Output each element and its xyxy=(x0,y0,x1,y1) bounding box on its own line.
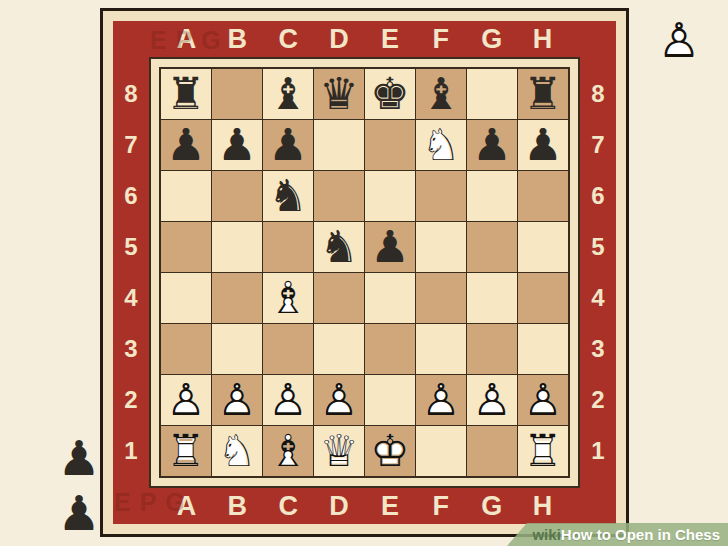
white-bishop-outline: ♗ xyxy=(263,273,313,323)
square-d2[interactable]: ♟♙ xyxy=(314,375,364,425)
white-pawn[interactable]: ♟♙ xyxy=(416,375,466,425)
square-h1[interactable]: ♜♖ xyxy=(518,426,568,476)
square-f7[interactable]: ♞♘ xyxy=(416,120,466,170)
file-label-e: E xyxy=(365,21,416,57)
rank-label-7: 7 xyxy=(580,120,616,171)
file-label-a: A xyxy=(161,488,212,524)
square-b4[interactable] xyxy=(212,273,262,323)
white-rook[interactable]: ♜♖ xyxy=(161,426,211,476)
square-c8[interactable]: ♝ xyxy=(263,69,313,119)
square-b8[interactable] xyxy=(212,69,262,119)
file-label-d: D xyxy=(314,488,365,524)
rank-label-8: 8 xyxy=(580,69,616,120)
square-c7[interactable]: ♟ xyxy=(263,120,313,170)
black-bishop[interactable]: ♝ xyxy=(263,69,313,119)
square-g7[interactable]: ♟ xyxy=(467,120,517,170)
board-red-border: ABCDEFGH ABCDEFGH 87654321 87654321 ♜♝♛♚… xyxy=(113,21,616,524)
rank-labels-right: 87654321 xyxy=(580,57,616,488)
black-rook[interactable]: ♜ xyxy=(518,69,568,119)
black-pawn-glyph: ♟ xyxy=(52,487,106,539)
square-e1[interactable]: ♚♔ xyxy=(365,426,415,476)
white-bishop[interactable]: ♝♗ xyxy=(263,273,313,323)
black-pawn[interactable]: ♟ xyxy=(52,487,106,539)
captured-black-pawn: ♟ xyxy=(52,487,106,539)
captured-black-pieces-tray: ♟♟ xyxy=(52,432,106,539)
page: ABCDEFGH ABCDEFGH 87654321 87654321 ♜♝♛♚… xyxy=(0,0,728,546)
rank-label-2: 2 xyxy=(580,374,616,425)
file-label-a: A xyxy=(161,21,212,57)
black-rook-glyph: ♜ xyxy=(161,69,211,119)
square-g8[interactable] xyxy=(467,69,517,119)
rank-label-3: 3 xyxy=(113,323,149,374)
black-pawn[interactable]: ♟ xyxy=(467,120,517,170)
white-knight-outline: ♘ xyxy=(212,426,262,476)
file-labels-bottom: ABCDEFGH xyxy=(149,488,580,524)
square-b5[interactable] xyxy=(212,222,262,272)
rank-label-6: 6 xyxy=(580,171,616,222)
black-pawn-glyph: ♟ xyxy=(518,120,568,170)
black-pawn-glyph: ♟ xyxy=(212,120,262,170)
rank-label-2: 2 xyxy=(113,374,149,425)
black-king-glyph: ♚ xyxy=(365,69,415,119)
square-a1[interactable]: ♜♖ xyxy=(161,426,211,476)
white-pawn[interactable]: ♟♙ xyxy=(652,14,706,66)
white-bishop[interactable]: ♝♗ xyxy=(263,426,313,476)
white-pawn[interactable]: ♟♙ xyxy=(263,375,313,425)
white-pawn-outline: ♙ xyxy=(467,375,517,425)
black-pawn[interactable]: ♟ xyxy=(365,222,415,272)
black-pawn[interactable]: ♟ xyxy=(263,120,313,170)
file-label-h: H xyxy=(517,488,568,524)
rank-label-3: 3 xyxy=(580,323,616,374)
wikihow-title-text: How to Open in Chess xyxy=(561,526,720,543)
black-pawn[interactable]: ♟ xyxy=(212,120,262,170)
white-pawn-outline: ♙ xyxy=(652,14,706,66)
white-queen-outline: ♕ xyxy=(314,426,364,476)
square-h8[interactable]: ♜ xyxy=(518,69,568,119)
wikihow-watermark: wikiHow to Open in Chess xyxy=(507,523,728,546)
black-pawn[interactable]: ♟ xyxy=(518,120,568,170)
white-rook-outline: ♖ xyxy=(518,426,568,476)
white-rook-outline: ♖ xyxy=(161,426,211,476)
square-h5[interactable] xyxy=(518,222,568,272)
square-b2[interactable]: ♟♙ xyxy=(212,375,262,425)
square-d1[interactable]: ♛♕ xyxy=(314,426,364,476)
square-d6[interactable] xyxy=(314,171,364,221)
rank-label-1: 1 xyxy=(113,425,149,476)
white-pawn[interactable]: ♟♙ xyxy=(212,375,262,425)
white-pawn-outline: ♙ xyxy=(518,375,568,425)
square-a4[interactable] xyxy=(161,273,211,323)
square-f4[interactable] xyxy=(416,273,466,323)
captured-black-pawn: ♟ xyxy=(52,432,106,484)
square-e7[interactable] xyxy=(365,120,415,170)
file-label-g: G xyxy=(466,21,517,57)
black-pawn-glyph: ♟ xyxy=(365,222,415,272)
square-f1[interactable] xyxy=(416,426,466,476)
square-d4[interactable] xyxy=(314,273,364,323)
white-pawn-outline: ♙ xyxy=(212,375,262,425)
square-c5[interactable] xyxy=(263,222,313,272)
square-a7[interactable]: ♟ xyxy=(161,120,211,170)
file-label-d: D xyxy=(314,21,365,57)
black-pawn[interactable]: ♟ xyxy=(52,432,106,484)
file-labels-top: ABCDEFGH xyxy=(149,21,580,57)
white-pawn[interactable]: ♟♙ xyxy=(518,375,568,425)
white-knight[interactable]: ♞♘ xyxy=(416,120,466,170)
black-rook-glyph: ♜ xyxy=(518,69,568,119)
square-f3[interactable] xyxy=(416,324,466,374)
white-queen[interactable]: ♛♕ xyxy=(314,426,364,476)
square-e8[interactable]: ♚ xyxy=(365,69,415,119)
white-pawn-outline: ♙ xyxy=(314,375,364,425)
square-b7[interactable]: ♟ xyxy=(212,120,262,170)
white-rook[interactable]: ♜♖ xyxy=(518,426,568,476)
white-pawn-outline: ♙ xyxy=(263,375,313,425)
white-king-outline: ♔ xyxy=(365,426,415,476)
white-pawn-outline: ♙ xyxy=(416,375,466,425)
square-a8[interactable]: ♜ xyxy=(161,69,211,119)
file-label-c: C xyxy=(263,488,314,524)
black-knight[interactable]: ♞ xyxy=(314,222,364,272)
black-queen[interactable]: ♛ xyxy=(314,69,364,119)
rank-label-5: 5 xyxy=(580,222,616,273)
chess-board-frame: ABCDEFGH ABCDEFGH 87654321 87654321 ♜♝♛♚… xyxy=(100,8,629,537)
rank-labels-left: 87654321 xyxy=(113,57,149,488)
black-pawn-glyph: ♟ xyxy=(467,120,517,170)
captured-white-pawn: ♟♙ xyxy=(652,14,706,66)
black-knight[interactable]: ♞ xyxy=(263,171,313,221)
rank-label-6: 6 xyxy=(113,171,149,222)
file-label-f: F xyxy=(415,21,466,57)
square-a2[interactable]: ♟♙ xyxy=(161,375,211,425)
square-e4[interactable] xyxy=(365,273,415,323)
square-b1[interactable]: ♞♘ xyxy=(212,426,262,476)
white-bishop-outline: ♗ xyxy=(263,426,313,476)
square-c3[interactable] xyxy=(263,324,313,374)
square-f2[interactable]: ♟♙ xyxy=(416,375,466,425)
square-g4[interactable] xyxy=(467,273,517,323)
square-c1[interactable]: ♝♗ xyxy=(263,426,313,476)
square-d7[interactable] xyxy=(314,120,364,170)
square-h4[interactable] xyxy=(518,273,568,323)
white-pawn[interactable]: ♟♙ xyxy=(314,375,364,425)
black-pawn-glyph: ♟ xyxy=(52,432,106,484)
square-b6[interactable] xyxy=(212,171,262,221)
black-bishop-glyph: ♝ xyxy=(263,69,313,119)
white-knight[interactable]: ♞♘ xyxy=(212,426,262,476)
file-label-b: B xyxy=(212,488,263,524)
rank-label-5: 5 xyxy=(113,222,149,273)
square-e2[interactable] xyxy=(365,375,415,425)
white-knight-outline: ♘ xyxy=(416,120,466,170)
black-knight-glyph: ♞ xyxy=(314,222,364,272)
square-d8[interactable]: ♛ xyxy=(314,69,364,119)
rank-label-4: 4 xyxy=(580,273,616,324)
square-d5[interactable]: ♞ xyxy=(314,222,364,272)
square-d3[interactable] xyxy=(314,324,364,374)
black-bishop[interactable]: ♝ xyxy=(416,69,466,119)
square-h3[interactable] xyxy=(518,324,568,374)
rank-label-4: 4 xyxy=(113,273,149,324)
square-g6[interactable] xyxy=(467,171,517,221)
black-pawn-glyph: ♟ xyxy=(263,120,313,170)
black-pawn-glyph: ♟ xyxy=(161,120,211,170)
square-c2[interactable]: ♟♙ xyxy=(263,375,313,425)
square-g5[interactable] xyxy=(467,222,517,272)
square-a6[interactable] xyxy=(161,171,211,221)
square-f8[interactable]: ♝ xyxy=(416,69,466,119)
square-e6[interactable] xyxy=(365,171,415,221)
file-label-h: H xyxy=(517,21,568,57)
rank-label-7: 7 xyxy=(113,120,149,171)
black-queen-glyph: ♛ xyxy=(314,69,364,119)
file-label-b: B xyxy=(212,21,263,57)
square-c6[interactable]: ♞ xyxy=(263,171,313,221)
white-king[interactable]: ♚♔ xyxy=(365,426,415,476)
file-label-e: E xyxy=(365,488,416,524)
white-pawn[interactable]: ♟♙ xyxy=(161,375,211,425)
file-label-c: C xyxy=(263,21,314,57)
black-king[interactable]: ♚ xyxy=(365,69,415,119)
rank-label-1: 1 xyxy=(580,425,616,476)
square-a5[interactable] xyxy=(161,222,211,272)
black-pawn[interactable]: ♟ xyxy=(161,120,211,170)
square-a3[interactable] xyxy=(161,324,211,374)
chess-board[interactable]: ♜♝♛♚♝♜♟♟♟♞♘♟♟♞♞♟♝♗♟♙♟♙♟♙♟♙♟♙♟♙♟♙♜♖♞♘♝♗♛♕… xyxy=(159,67,570,478)
white-pawn-outline: ♙ xyxy=(161,375,211,425)
square-h6[interactable] xyxy=(518,171,568,221)
square-f5[interactable] xyxy=(416,222,466,272)
square-h2[interactable]: ♟♙ xyxy=(518,375,568,425)
square-g2[interactable]: ♟♙ xyxy=(467,375,517,425)
black-bishop-glyph: ♝ xyxy=(416,69,466,119)
captured-white-pieces-tray: ♟♙ xyxy=(652,14,706,66)
square-f6[interactable] xyxy=(416,171,466,221)
square-c4[interactable]: ♝♗ xyxy=(263,273,313,323)
file-label-g: G xyxy=(466,488,517,524)
wikihow-logo-prefix: wiki xyxy=(532,526,560,543)
board-inner-bevel: ♜♝♛♚♝♜♟♟♟♞♘♟♟♞♞♟♝♗♟♙♟♙♟♙♟♙♟♙♟♙♟♙♜♖♞♘♝♗♛♕… xyxy=(149,57,580,488)
square-h7[interactable]: ♟ xyxy=(518,120,568,170)
square-g3[interactable] xyxy=(467,324,517,374)
file-label-f: F xyxy=(415,488,466,524)
square-g1[interactable] xyxy=(467,426,517,476)
black-knight-glyph: ♞ xyxy=(263,171,313,221)
white-pawn[interactable]: ♟♙ xyxy=(467,375,517,425)
black-rook[interactable]: ♜ xyxy=(161,69,211,119)
square-e5[interactable]: ♟ xyxy=(365,222,415,272)
square-e3[interactable] xyxy=(365,324,415,374)
square-b3[interactable] xyxy=(212,324,262,374)
rank-label-8: 8 xyxy=(113,69,149,120)
